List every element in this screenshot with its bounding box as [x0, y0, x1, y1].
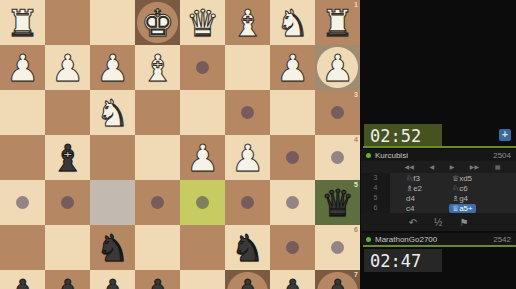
square-e4[interactable] [135, 135, 180, 180]
move-dest-dot [241, 106, 254, 119]
move-dest-dot [286, 241, 299, 254]
square-f5[interactable] [90, 180, 135, 225]
square-a3[interactable]: 3 [315, 90, 360, 135]
square-c3[interactable] [225, 90, 270, 135]
black-pawn[interactable]: ♟ [135, 270, 180, 289]
move-row: 4♗e2♘c6 [361, 183, 516, 193]
square-f6[interactable]: ♞ [90, 225, 135, 270]
square-g3[interactable] [45, 90, 90, 135]
square-e2[interactable]: ♝ [135, 45, 180, 90]
square-h7[interactable]: ♟ [0, 270, 45, 289]
white-pawn[interactable]: ♟ [180, 135, 225, 180]
square-b3[interactable] [270, 90, 315, 135]
square-e3[interactable] [135, 90, 180, 135]
top-player-clock: 02:52 [364, 124, 442, 147]
white-bishop[interactable]: ♝ [135, 45, 180, 90]
square-h5[interactable] [0, 180, 45, 225]
square-g4[interactable]: ♝ [45, 135, 90, 180]
draw-offer-icon[interactable]: ½ [434, 217, 442, 228]
white-pawn[interactable]: ♟ [225, 135, 270, 180]
square-e6[interactable] [135, 225, 180, 270]
white-knight[interactable]: ♞ [90, 90, 135, 135]
white-move[interactable]: d4 [403, 194, 418, 203]
move-list: 3♘f3♕xd54♗e2♘c65d4♗g46c4♕a5+ [361, 173, 516, 213]
separator-line [363, 245, 516, 247]
rank-coordinate: 6 [354, 226, 358, 233]
square-f7[interactable]: ♟ [90, 270, 135, 289]
app-window: ♜♚♛♝♞♜1♟♟♟♝♟♟2♞3♝♟♟4♛5♞♞6♟♟♟♟♟♟♟7 02:52 … [0, 0, 516, 289]
rank-coordinate: 5 [354, 181, 358, 188]
black-pawn[interactable]: ♟ [90, 270, 135, 289]
square-f2[interactable]: ♟ [90, 45, 135, 90]
top-player-row[interactable]: Kurcubisi 2504 [361, 149, 516, 161]
white-queen[interactable]: ♛ [180, 0, 225, 45]
move-row: 5d4♗g4 [361, 193, 516, 203]
black-move[interactable]: ♘c6 [449, 184, 471, 193]
analysis-board-icon[interactable]: ▦ [495, 161, 501, 173]
square-d4[interactable]: ♟ [180, 135, 225, 180]
square-g7[interactable]: ♟ [45, 270, 90, 289]
move-dest-dot [61, 196, 74, 209]
square-a1[interactable]: ♜1 [315, 0, 360, 45]
rank-coordinate: 1 [354, 1, 358, 8]
chess-board[interactable]: ♜♚♛♝♞♜1♟♟♟♝♟♟2♞3♝♟♟4♛5♞♞6♟♟♟♟♟♟♟7 [0, 0, 360, 289]
square-h2[interactable]: ♟ [0, 45, 45, 90]
square-b4[interactable] [270, 135, 315, 180]
bottom-player-name: MarathonGo2700 [375, 235, 493, 244]
last-move-icon[interactable]: ▶▶ [470, 161, 479, 173]
move-dest-dot [331, 151, 344, 164]
move-number: 4 [361, 183, 390, 193]
resign-flag-icon[interactable]: ⚑ [459, 217, 468, 228]
square-d5[interactable] [180, 180, 225, 225]
move-number: 3 [361, 173, 390, 183]
black-move[interactable]: ♗g4 [449, 194, 471, 203]
square-h3[interactable] [0, 90, 45, 135]
square-b6[interactable] [270, 225, 315, 270]
square-a7[interactable]: ♟7 [315, 270, 360, 289]
game-actions: ↶ ½ ⚑ [361, 213, 516, 231]
takeback-icon[interactable]: ↶ [409, 217, 417, 228]
square-c5[interactable] [225, 180, 270, 225]
square-b7[interactable]: ♟ [270, 270, 315, 289]
square-a2[interactable]: ♟2 [315, 45, 360, 90]
move-dest-dot [331, 106, 344, 119]
square-f1[interactable] [90, 0, 135, 45]
white-pawn[interactable]: ♟ [270, 45, 315, 90]
square-d1[interactable]: ♛ [180, 0, 225, 45]
bottom-player-rating: 2542 [493, 235, 511, 244]
separator-line [363, 146, 516, 148]
first-move-icon[interactable]: ◀◀ [405, 161, 414, 173]
move-dest-dot [151, 196, 164, 209]
white-move[interactable]: c4 [403, 204, 417, 213]
game-sidebar: 02:52 + Kurcubisi 2504 ◀◀ ◀ ▶ ▶▶ ▦ 3♘f3♕… [361, 0, 516, 289]
bottom-player-row[interactable]: MarathonGo2700 2542 [361, 233, 516, 245]
square-e5[interactable] [135, 180, 180, 225]
next-move-icon[interactable]: ▶ [450, 161, 455, 173]
square-e1[interactable]: ♚ [135, 0, 180, 45]
rank-coordinate: 3 [354, 91, 358, 98]
move-dest-dot [286, 151, 299, 164]
rank-coordinate: 4 [354, 136, 358, 143]
square-g5[interactable] [45, 180, 90, 225]
black-pawn[interactable]: ♟ [0, 270, 45, 289]
white-king[interactable]: ♚ [135, 0, 180, 45]
white-rook[interactable]: ♜ [0, 0, 45, 45]
online-indicator-icon [366, 237, 371, 242]
square-b5[interactable] [270, 180, 315, 225]
square-f3[interactable]: ♞ [90, 90, 135, 135]
square-b2[interactable]: ♟ [270, 45, 315, 90]
black-move[interactable]: ♕a5+ [449, 204, 476, 213]
rank-coordinate: 7 [354, 271, 358, 278]
black-knight[interactable]: ♞ [90, 225, 135, 270]
white-move[interactable]: ♗e2 [403, 184, 425, 193]
black-move[interactable]: ♕xd5 [449, 174, 475, 183]
square-c2[interactable] [225, 45, 270, 90]
square-c6[interactable]: ♞ [225, 225, 270, 270]
move-row: 6c4♕a5+ [361, 203, 516, 213]
move-number: 5 [361, 193, 390, 203]
online-indicator-icon [366, 153, 371, 158]
square-a4[interactable]: 4 [315, 135, 360, 180]
square-a5[interactable]: ♛5 [315, 180, 360, 225]
white-move[interactable]: ♘f3 [403, 174, 423, 183]
bottom-player-clock: 02:47 [364, 249, 442, 272]
move-dest-dot [16, 196, 29, 209]
black-pawn[interactable]: ♟ [270, 270, 315, 289]
move-dest-dot [196, 196, 209, 209]
white-pawn[interactable]: ♟ [90, 45, 135, 90]
square-g6[interactable] [45, 225, 90, 270]
white-knight[interactable]: ♞ [270, 0, 315, 45]
black-knight[interactable]: ♞ [225, 225, 270, 270]
black-pawn[interactable]: ♟ [225, 270, 270, 289]
previous-move-icon[interactable]: ◀ [429, 161, 434, 173]
black-pawn[interactable]: ♟ [45, 270, 90, 289]
square-h4[interactable] [0, 135, 45, 180]
white-bishop[interactable]: ♝ [225, 0, 270, 45]
square-g2[interactable]: ♟ [45, 45, 90, 90]
black-bishop[interactable]: ♝ [45, 135, 90, 180]
move-number: 6 [361, 203, 390, 213]
move-dest-dot [286, 196, 299, 209]
square-d2[interactable] [180, 45, 225, 90]
square-d3[interactable] [180, 90, 225, 135]
square-d7[interactable] [180, 270, 225, 289]
square-f4[interactable] [90, 135, 135, 180]
square-c7[interactable]: ♟ [225, 270, 270, 289]
square-g1[interactable] [45, 0, 90, 45]
square-e7[interactable]: ♟ [135, 270, 180, 289]
white-pawn[interactable]: ♟ [0, 45, 45, 90]
square-c4[interactable]: ♟ [225, 135, 270, 180]
square-d6[interactable] [180, 225, 225, 270]
top-player-rating: 2504 [493, 151, 511, 160]
move-dest-dot [241, 196, 254, 209]
square-h6[interactable] [0, 225, 45, 270]
square-h1[interactable]: ♜ [0, 0, 45, 45]
move-dest-dot [331, 241, 344, 254]
move-navigation: ◀◀ ◀ ▶ ▶▶ ▦ [361, 161, 516, 173]
white-pawn[interactable]: ♟ [45, 45, 90, 90]
rank-coordinate: 2 [354, 46, 358, 53]
top-player-name: Kurcubisi [375, 151, 493, 160]
add-time-button[interactable]: + [499, 129, 511, 141]
move-row: 3♘f3♕xd5 [361, 173, 516, 183]
square-c1[interactable]: ♝ [225, 0, 270, 45]
move-dest-dot [196, 61, 209, 74]
square-b1[interactable]: ♞ [270, 0, 315, 45]
square-a6[interactable]: 6 [315, 225, 360, 270]
